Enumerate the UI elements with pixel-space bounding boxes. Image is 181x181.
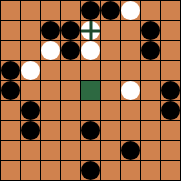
black-stone xyxy=(81,1,100,20)
cell-r2c3[interactable] xyxy=(61,41,81,61)
cell-r2c4[interactable] xyxy=(81,41,101,61)
cell-r4c7[interactable] xyxy=(141,81,161,101)
black-stone xyxy=(41,21,60,40)
last-move-cross-marker-vertical xyxy=(89,21,92,40)
cell-r1c1[interactable] xyxy=(21,21,41,41)
cell-r6c5[interactable] xyxy=(101,121,121,141)
green-square-marker xyxy=(81,81,100,100)
cell-r6c1[interactable] xyxy=(21,121,41,141)
cell-r4c5[interactable] xyxy=(101,81,121,101)
cell-r1c8[interactable] xyxy=(161,21,181,41)
cell-r6c0[interactable] xyxy=(1,121,21,141)
black-stone xyxy=(21,101,40,120)
cell-r3c1[interactable] xyxy=(21,61,41,81)
cell-r3c7[interactable] xyxy=(141,61,161,81)
cell-r4c4[interactable] xyxy=(81,81,101,101)
cell-r5c1[interactable] xyxy=(21,101,41,121)
cell-r5c6[interactable] xyxy=(121,101,141,121)
cell-r1c4[interactable] xyxy=(81,21,101,41)
cell-r3c8[interactable] xyxy=(161,61,181,81)
cell-r8c4[interactable] xyxy=(81,161,101,181)
black-stone xyxy=(121,141,140,160)
cell-r8c6[interactable] xyxy=(121,161,141,181)
cell-r5c3[interactable] xyxy=(61,101,81,121)
cell-r5c4[interactable] xyxy=(81,101,101,121)
white-stone xyxy=(121,81,140,100)
cell-r8c7[interactable] xyxy=(141,161,161,181)
cell-r2c6[interactable] xyxy=(121,41,141,61)
black-stone xyxy=(1,81,20,100)
cell-r7c8[interactable] xyxy=(161,141,181,161)
cell-r7c2[interactable] xyxy=(41,141,61,161)
cell-r3c4[interactable] xyxy=(81,61,101,81)
cell-r1c0[interactable] xyxy=(1,21,21,41)
black-stone xyxy=(1,61,20,80)
black-stone xyxy=(141,41,160,60)
cell-r8c0[interactable] xyxy=(1,161,21,181)
black-stone xyxy=(161,101,180,120)
cell-r7c4[interactable] xyxy=(81,141,101,161)
white-stone xyxy=(121,1,140,20)
cell-r0c5[interactable] xyxy=(101,1,121,21)
cell-r4c2[interactable] xyxy=(41,81,61,101)
cell-r4c0[interactable] xyxy=(1,81,21,101)
cell-r8c3[interactable] xyxy=(61,161,81,181)
cell-r3c2[interactable] xyxy=(41,61,61,81)
cell-r2c5[interactable] xyxy=(101,41,121,61)
cell-r8c1[interactable] xyxy=(21,161,41,181)
cell-r2c1[interactable] xyxy=(21,41,41,61)
cell-r4c3[interactable] xyxy=(61,81,81,101)
black-stone xyxy=(21,121,40,140)
black-stone xyxy=(81,121,100,140)
cell-r3c3[interactable] xyxy=(61,61,81,81)
black-stone xyxy=(161,81,180,100)
cell-r7c3[interactable] xyxy=(61,141,81,161)
cell-r8c5[interactable] xyxy=(101,161,121,181)
cell-r0c4[interactable] xyxy=(81,1,101,21)
cell-r4c6[interactable] xyxy=(121,81,141,101)
cell-r6c8[interactable] xyxy=(161,121,181,141)
cell-r3c0[interactable] xyxy=(1,61,21,81)
cell-r5c2[interactable] xyxy=(41,101,61,121)
cell-r5c5[interactable] xyxy=(101,101,121,121)
white-stone xyxy=(21,61,40,80)
cell-r1c7[interactable] xyxy=(141,21,161,41)
cell-r6c6[interactable] xyxy=(121,121,141,141)
cell-r2c7[interactable] xyxy=(141,41,161,61)
cell-r7c5[interactable] xyxy=(101,141,121,161)
cell-r2c2[interactable] xyxy=(41,41,61,61)
cell-r0c0[interactable] xyxy=(1,1,21,21)
cell-r1c3[interactable] xyxy=(61,21,81,41)
cell-r3c5[interactable] xyxy=(101,61,121,81)
black-stone xyxy=(61,41,80,60)
cell-r0c6[interactable] xyxy=(121,1,141,21)
cell-r1c6[interactable] xyxy=(121,21,141,41)
game-board xyxy=(0,0,181,181)
cell-r5c7[interactable] xyxy=(141,101,161,121)
cell-r0c7[interactable] xyxy=(141,1,161,21)
black-stone xyxy=(141,21,160,40)
cell-r1c2[interactable] xyxy=(41,21,61,41)
cell-r6c2[interactable] xyxy=(41,121,61,141)
white-stone xyxy=(81,41,100,60)
cell-r0c2[interactable] xyxy=(41,1,61,21)
cell-r7c1[interactable] xyxy=(21,141,41,161)
black-stone xyxy=(101,1,120,20)
white-stone xyxy=(41,41,60,60)
cell-r1c5[interactable] xyxy=(101,21,121,41)
cell-r0c1[interactable] xyxy=(21,1,41,21)
cell-r7c6[interactable] xyxy=(121,141,141,161)
cell-r2c8[interactable] xyxy=(161,41,181,61)
cell-r2c0[interactable] xyxy=(1,41,21,61)
cell-r6c4[interactable] xyxy=(81,121,101,141)
cell-r8c2[interactable] xyxy=(41,161,61,181)
cell-r8c8[interactable] xyxy=(161,161,181,181)
black-stone xyxy=(61,21,80,40)
cell-r5c0[interactable] xyxy=(1,101,21,121)
cell-r6c3[interactable] xyxy=(61,121,81,141)
black-stone xyxy=(81,161,100,180)
cell-r7c7[interactable] xyxy=(141,141,161,161)
cell-r7c0[interactable] xyxy=(1,141,21,161)
cell-r5c8[interactable] xyxy=(161,101,181,121)
cell-r4c8[interactable] xyxy=(161,81,181,101)
cell-r0c8[interactable] xyxy=(161,1,181,21)
cell-r3c6[interactable] xyxy=(121,61,141,81)
cell-r0c3[interactable] xyxy=(61,1,81,21)
cell-r4c1[interactable] xyxy=(21,81,41,101)
cell-r6c7[interactable] xyxy=(141,121,161,141)
